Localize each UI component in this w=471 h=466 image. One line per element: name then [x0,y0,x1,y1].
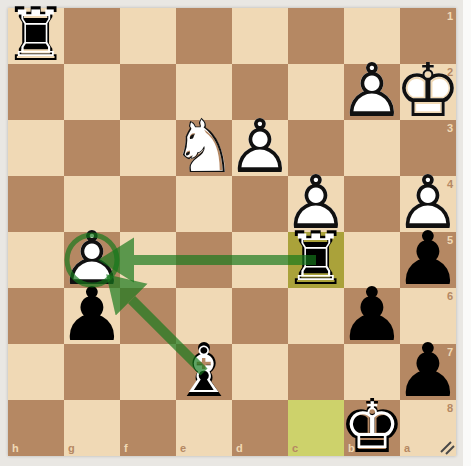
board-panel: 1234567hgfedcba8 ♜♖♚♔♟♙♟♙♞♘♟♙♟♙♟♙♜♖♟♟♟♝♗… [0,0,463,466]
black-pawn-glyph: ♟ [344,286,400,342]
black-pawn-b6[interactable]: ♟ [344,288,400,344]
black-rook-glyph: ♖ [292,234,340,282]
black-pawn-glyph: ♟ [400,342,456,398]
black-pawn-g6[interactable]: ♟ [64,288,120,344]
white-knight-e3[interactable]: ♞♘ [176,120,232,176]
black-rook-glyph: ♖ [12,10,60,58]
black-pawn-a7[interactable]: ♟ [400,344,456,400]
black-bishop-glyph: ♗ [180,346,228,394]
black-rook-c5[interactable]: ♜♖ [288,232,344,288]
board-resize-handle[interactable] [438,439,456,457]
white-king-a2[interactable]: ♚♔ [400,64,456,120]
white-pawn-glyph: ♙ [344,62,400,118]
white-pawn-d3[interactable]: ♟♙ [232,120,288,176]
white-pawn-b2[interactable]: ♟♙ [344,64,400,120]
black-king-glyph: ♔ [348,402,396,450]
page: 1234567hgfedcba8 ♜♖♚♔♟♙♟♙♞♘♟♙♟♙♟♙♜♖♟♟♟♝♗… [0,0,471,466]
black-pawn-a5[interactable]: ♟ [400,232,456,288]
board-pieces: ♜♖♚♔♟♙♟♙♞♘♟♙♟♙♟♙♜♖♟♟♟♝♗♟♚♔ [8,8,456,456]
white-king-glyph: ♔ [400,62,456,118]
white-knight-glyph: ♘ [176,118,232,174]
black-rook-h1[interactable]: ♜♖ [8,8,64,64]
chess-board[interactable]: 1234567hgfedcba8 ♜♖♚♔♟♙♟♙♞♘♟♙♟♙♟♙♜♖♟♟♟♝♗… [8,8,456,456]
diagonal-resize-grip-icon [441,442,454,454]
black-king-b8[interactable]: ♚♔ [344,400,400,456]
black-pawn-glyph: ♟ [400,230,456,286]
black-pawn-glyph: ♟ [64,286,120,342]
white-pawn-glyph: ♙ [232,118,288,174]
black-bishop-e7[interactable]: ♝♗ [176,344,232,400]
